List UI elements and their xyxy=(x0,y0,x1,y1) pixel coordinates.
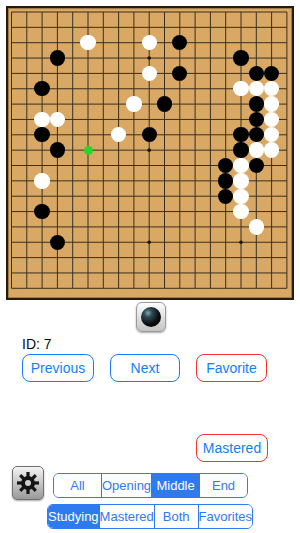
black-stone xyxy=(249,112,264,127)
black-stone xyxy=(50,142,65,157)
white-stone xyxy=(142,66,157,81)
white-stone xyxy=(233,81,248,96)
black-stone xyxy=(50,50,65,65)
black-stone xyxy=(157,96,172,111)
segment-opening[interactable]: Opening xyxy=(102,474,152,497)
black-stone xyxy=(249,66,264,81)
white-stone xyxy=(264,142,279,157)
green-move-marker xyxy=(84,146,93,155)
black-stone xyxy=(34,204,49,219)
black-stone xyxy=(50,235,65,250)
white-stone xyxy=(34,112,49,127)
white-stone xyxy=(50,112,65,127)
black-stone xyxy=(233,127,248,142)
white-stone xyxy=(233,204,248,219)
white-stone xyxy=(233,189,248,204)
segment-studying[interactable]: Studying xyxy=(48,505,100,528)
favorite-button[interactable]: Favorite xyxy=(196,354,267,382)
white-stone xyxy=(80,35,95,50)
segment-mastered[interactable]: Mastered xyxy=(100,505,155,528)
segment-end[interactable]: End xyxy=(200,474,247,497)
white-stone xyxy=(126,96,141,111)
white-stone xyxy=(233,158,248,173)
black-stone xyxy=(233,50,248,65)
go-board[interactable] xyxy=(6,6,294,300)
segment-favorites[interactable]: Favorites xyxy=(199,505,252,528)
segment-both[interactable]: Both xyxy=(155,505,199,528)
white-stone xyxy=(264,96,279,111)
black-stone-icon xyxy=(141,307,161,327)
black-stone xyxy=(218,173,233,188)
previous-button[interactable]: Previous xyxy=(22,354,94,382)
black-stone xyxy=(249,96,264,111)
black-stone xyxy=(249,158,264,173)
position-id-label: ID: 7 xyxy=(22,336,52,352)
white-stone xyxy=(249,219,264,234)
white-stone xyxy=(34,173,49,188)
segment-all[interactable]: All xyxy=(54,474,102,497)
black-stone xyxy=(233,142,248,157)
turn-stone-button[interactable] xyxy=(136,302,166,332)
settings-button[interactable] xyxy=(12,466,44,500)
gear-icon xyxy=(16,471,40,495)
white-stone xyxy=(233,173,248,188)
mastered-button[interactable]: Mastered xyxy=(196,434,268,462)
white-stone xyxy=(249,142,264,157)
phase-segmented-control: All Opening Middle End xyxy=(53,473,248,498)
segment-middle[interactable]: Middle xyxy=(152,474,200,497)
next-button[interactable]: Next xyxy=(110,354,180,382)
filter-segmented-control: Studying Mastered Both Favorites xyxy=(47,504,253,529)
